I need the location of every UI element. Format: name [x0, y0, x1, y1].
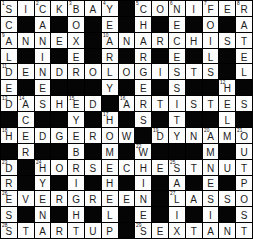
cell-r9c15[interactable]: 21O — [236, 128, 252, 143]
cell-letter: I — [159, 65, 162, 78]
cell-r1c5[interactable]: 3B — [68, 1, 84, 16]
block-cell — [18, 160, 34, 175]
cell-r3c12[interactable]: H — [186, 33, 202, 48]
cell-r14c7[interactable]: L — [102, 207, 118, 222]
cell-letter: S — [140, 113, 147, 126]
cell-r14c9[interactable]: E — [135, 207, 151, 222]
block-cell — [51, 17, 67, 32]
cell-letter: S — [6, 208, 13, 221]
cell-r12c11[interactable]: A — [169, 176, 185, 191]
cell-letter: R — [106, 50, 113, 63]
cell-letter: N — [140, 192, 147, 205]
cell-letter: E — [106, 18, 113, 31]
cell-r3c4[interactable]: E — [51, 33, 67, 48]
cell-r13c2[interactable]: V — [18, 191, 34, 206]
cell-letter: V — [22, 192, 29, 205]
cell-r5c8[interactable]: O — [119, 64, 135, 79]
cell-r9c2[interactable]: E — [18, 128, 34, 143]
block-cell — [85, 207, 101, 222]
cell-r14c13[interactable]: I — [203, 207, 219, 222]
cell-r7c10[interactable]: T — [152, 96, 168, 111]
cell-r3c7[interactable]: 10A — [102, 33, 118, 48]
cell-letter: R — [89, 129, 96, 142]
cell-letter: L — [241, 65, 247, 78]
cell-r6c14[interactable]: 12H — [219, 80, 235, 95]
cell-r13c4[interactable]: R — [51, 191, 67, 206]
clue-number: 19 — [153, 128, 158, 133]
cell-r8c5[interactable]: Y — [68, 112, 84, 127]
cell-r13c6[interactable]: R — [85, 191, 101, 206]
cell-letter: R — [240, 2, 247, 15]
cell-r9c14[interactable]: M — [219, 128, 235, 143]
cell-letter: E — [106, 161, 113, 174]
cell-r6c3[interactable]: E — [35, 80, 51, 95]
cell-letter: E — [22, 129, 29, 142]
cell-r3c15[interactable]: T — [236, 33, 252, 48]
cell-letter: I — [24, 2, 27, 15]
cell-r12c1[interactable]: R — [1, 176, 17, 191]
cell-r1c7[interactable]: 4Y — [102, 1, 118, 16]
cell-letter: T — [241, 34, 247, 47]
cell-r11c10[interactable]: E — [152, 160, 168, 175]
block-cell — [18, 176, 34, 191]
cell-letter: H — [140, 161, 147, 174]
block-cell — [35, 112, 51, 127]
cell-letter: U — [240, 145, 247, 158]
cell-r4c13[interactable]: L — [203, 49, 219, 64]
cell-letter: E — [224, 2, 231, 15]
cell-letter: R — [56, 192, 63, 205]
cell-r5c3[interactable]: N — [35, 64, 51, 79]
block-cell — [186, 80, 202, 95]
cell-letter: L — [107, 65, 113, 78]
cell-r15c11[interactable]: X — [169, 223, 185, 238]
cell-r5c4[interactable]: D — [51, 64, 67, 79]
cell-r1c1[interactable]: 1S — [1, 1, 17, 16]
cell-r2c9[interactable]: H — [135, 17, 151, 32]
block-cell — [152, 191, 168, 206]
cell-r11c15[interactable]: T — [236, 160, 252, 175]
cell-r1c15[interactable]: 8R — [236, 1, 252, 16]
cell-r11c1[interactable]: 23D — [1, 160, 17, 175]
cell-r3c14[interactable]: S — [219, 33, 235, 48]
cell-letter: A — [207, 224, 214, 237]
cell-letter: Y — [106, 81, 113, 94]
cell-r3c9[interactable]: A — [135, 33, 151, 48]
block-cell — [203, 80, 219, 95]
cell-r13c11[interactable]: 27L — [169, 191, 185, 206]
cell-r3c2[interactable]: N — [18, 33, 34, 48]
cell-letter: H — [56, 97, 63, 110]
cell-r2c13[interactable]: O — [203, 17, 219, 32]
cell-letter: E — [106, 192, 113, 205]
cell-r15c7[interactable]: P — [102, 223, 118, 238]
cell-r10c2[interactable]: R — [18, 144, 34, 159]
clue-number: 9 — [2, 33, 5, 38]
cell-r8c7[interactable]: 17H — [102, 112, 118, 127]
cell-letter: S — [207, 65, 214, 78]
block-cell — [102, 96, 118, 111]
cell-r11c11[interactable]: 25S — [169, 160, 185, 175]
cell-letter: D — [39, 129, 46, 142]
cell-r15c14[interactable]: N — [219, 223, 235, 238]
cell-r11c6[interactable]: S — [85, 160, 101, 175]
block-cell — [152, 17, 168, 32]
cell-letter: E — [73, 50, 80, 63]
cell-letter: F — [207, 2, 213, 15]
cell-r5c12[interactable]: T — [186, 64, 202, 79]
block-cell — [119, 1, 135, 16]
cell-r8c14[interactable]: L — [219, 112, 235, 127]
block-cell — [18, 80, 34, 95]
block-cell — [51, 80, 67, 95]
cell-r1c13[interactable]: 7F — [203, 1, 219, 16]
block-cell — [51, 49, 67, 64]
cell-r10c9[interactable]: 22W — [135, 144, 151, 159]
cell-letter: T — [73, 224, 79, 237]
cell-r9c1[interactable]: 18H — [1, 128, 17, 143]
cell-r7c14[interactable]: E — [219, 96, 235, 111]
cell-r3c10[interactable]: R — [152, 33, 168, 48]
cell-letter: P — [241, 176, 248, 189]
cell-r6c7[interactable]: Y — [102, 80, 118, 95]
cell-r10c7[interactable]: M — [102, 144, 118, 159]
cell-letter: H — [190, 34, 197, 47]
block-cell — [152, 176, 168, 191]
cell-r5c13[interactable]: S — [203, 64, 219, 79]
cell-r4c11[interactable]: E — [169, 49, 185, 64]
clue-number: 23 — [2, 160, 7, 165]
clue-number: 20 — [204, 128, 209, 133]
cell-r11c9[interactable]: H — [135, 160, 151, 175]
cell-letter: I — [209, 34, 212, 47]
cell-r5c15[interactable]: L — [236, 64, 252, 79]
cell-r4c7[interactable]: R — [102, 49, 118, 64]
cell-letter: T — [241, 161, 247, 174]
cell-letter: S — [6, 2, 13, 15]
cell-r9c5[interactable]: E — [68, 128, 84, 143]
cell-r4c3[interactable]: I — [35, 49, 51, 64]
cell-letter: N — [190, 129, 197, 142]
cell-letter: E — [157, 161, 164, 174]
clue-number: 5 — [136, 1, 139, 6]
cell-r9c12[interactable]: N — [186, 128, 202, 143]
cell-letter: E — [174, 18, 181, 31]
cell-r7c5[interactable]: 15E — [68, 96, 84, 111]
clue-number: 28 — [2, 223, 7, 228]
cell-r12c5[interactable]: I — [68, 176, 84, 191]
cell-r9c4[interactable]: G — [51, 128, 67, 143]
cell-letter: O — [72, 18, 80, 31]
cell-r15c15[interactable]: T — [236, 223, 252, 238]
cell-letter: E — [39, 192, 46, 205]
cell-r3c5[interactable]: X — [68, 33, 84, 48]
clue-number: 11 — [2, 64, 7, 69]
cell-r5c1[interactable]: 11D — [1, 64, 17, 79]
cell-r7c6[interactable]: D — [85, 96, 101, 111]
cell-letter: S — [241, 208, 248, 221]
cell-r5c2[interactable]: E — [18, 64, 34, 79]
cell-letter: R — [22, 145, 29, 158]
cell-r5c7[interactable]: L — [102, 64, 118, 79]
cell-r15c6[interactable]: U — [85, 223, 101, 238]
cell-r15c12[interactable]: T — [186, 223, 202, 238]
cell-letter: L — [6, 50, 12, 63]
cell-r4c5[interactable]: E — [68, 49, 84, 64]
cell-r13c12[interactable]: A — [186, 191, 202, 206]
cell-letter: X — [73, 34, 80, 47]
block-cell — [219, 144, 235, 159]
cell-letter: U — [89, 224, 96, 237]
block-cell — [186, 144, 202, 159]
cell-r1c3[interactable]: 2C — [35, 1, 51, 16]
cell-r5c10[interactable]: I — [152, 64, 168, 79]
cell-r4c15[interactable]: E — [236, 49, 252, 64]
cell-r8c2[interactable]: C — [18, 112, 34, 127]
block-cell — [35, 144, 51, 159]
cell-r2c15[interactable]: A — [236, 17, 252, 32]
cell-letter: U — [224, 161, 231, 174]
block-cell — [119, 144, 135, 159]
cell-letter: N — [224, 224, 231, 237]
cell-r10c13[interactable]: M — [203, 144, 219, 159]
clue-number: 10 — [103, 33, 108, 38]
block-cell — [1, 112, 17, 127]
cell-r11c4[interactable]: O — [51, 160, 67, 175]
block-cell — [152, 144, 168, 159]
cell-r5c11[interactable]: S — [169, 64, 185, 79]
cell-letter: N — [39, 65, 46, 78]
cell-r5c5[interactable]: R — [68, 64, 84, 79]
cell-r15c9[interactable]: 29S — [135, 223, 151, 238]
cell-r3c3[interactable]: N — [35, 33, 51, 48]
cell-letter: I — [41, 50, 44, 63]
cell-r12c13[interactable]: E — [203, 176, 219, 191]
cell-r2c7[interactable]: E — [102, 17, 118, 32]
cell-r6c9[interactable]: E — [135, 80, 151, 95]
cell-r1c11[interactable]: 6N — [169, 1, 185, 16]
cell-r3c1[interactable]: 9A — [1, 33, 17, 48]
cell-r12c7[interactable]: H — [102, 176, 118, 191]
block-cell — [152, 112, 168, 127]
cell-r9c3[interactable]: D — [35, 128, 51, 143]
cell-r6c1[interactable]: E — [1, 80, 17, 95]
block-cell — [68, 80, 84, 95]
cell-r14c3[interactable]: N — [35, 207, 51, 222]
cell-letter: T — [191, 224, 197, 237]
cell-r1c10[interactable]: O — [152, 1, 168, 16]
cell-r15c4[interactable]: R — [51, 223, 67, 238]
block-cell — [152, 80, 168, 95]
cell-r7c11[interactable]: I — [169, 96, 185, 111]
cell-r15c3[interactable]: A — [35, 223, 51, 238]
cell-letter: N — [123, 34, 130, 47]
cell-r14c11[interactable]: I — [169, 207, 185, 222]
cell-r8c9[interactable]: S — [135, 112, 151, 127]
cell-r15c5[interactable]: T — [68, 223, 84, 238]
block-cell — [51, 207, 67, 222]
cell-r7c15[interactable]: S — [236, 96, 252, 111]
cell-r8c11[interactable]: T — [169, 112, 185, 127]
cell-letter: E — [73, 129, 80, 142]
cell-letter: M — [223, 129, 231, 142]
block-cell — [51, 176, 67, 191]
clue-number: 8 — [237, 1, 240, 6]
cell-r1c12[interactable]: I — [186, 1, 202, 16]
cell-letter: W — [122, 129, 131, 142]
cell-letter: O — [207, 18, 215, 31]
cell-r11c14[interactable]: U — [219, 160, 235, 175]
cell-letter: C — [22, 113, 29, 126]
cell-letter: G — [55, 129, 63, 142]
cell-r9c8[interactable]: W — [119, 128, 135, 143]
cell-r14c1[interactable]: S — [1, 207, 17, 222]
clue-number: 24 — [36, 160, 41, 165]
cell-letter: T — [174, 113, 180, 126]
cell-letter: E — [22, 65, 29, 78]
cell-r13c14[interactable]: S — [219, 191, 235, 206]
cell-r13c9[interactable]: N — [135, 191, 151, 206]
cell-r7c9[interactable]: R — [135, 96, 151, 111]
cell-r12c9[interactable]: I — [135, 176, 151, 191]
cell-r15c2[interactable]: T — [18, 223, 34, 238]
cell-r11c13[interactable]: N — [203, 160, 219, 175]
cell-letter: R — [156, 34, 163, 47]
cell-r7c8[interactable]: 16A — [119, 96, 135, 111]
cell-r13c7[interactable]: E — [102, 191, 118, 206]
cell-r14c5[interactable]: H — [68, 207, 84, 222]
cell-r7c12[interactable]: S — [186, 96, 202, 111]
cell-r13c15[interactable]: O — [236, 191, 252, 206]
cell-letter: R — [56, 224, 63, 237]
block-cell — [85, 144, 101, 159]
cell-r1c6[interactable]: A — [85, 1, 101, 16]
cell-letter: E — [123, 192, 130, 205]
cell-letter: Y — [106, 2, 113, 15]
cell-letter: I — [192, 2, 195, 15]
cell-letter: T — [191, 65, 197, 78]
cell-r2c11[interactable]: E — [169, 17, 185, 32]
cell-r11c5[interactable]: R — [68, 160, 84, 175]
cell-letter: A — [140, 34, 147, 47]
cell-r2c5[interactable]: O — [68, 17, 84, 32]
block-cell — [85, 33, 101, 48]
cell-r15c13[interactable]: A — [203, 223, 219, 238]
cell-r1c9[interactable]: 5C — [135, 1, 151, 16]
cell-r15c1[interactable]: 28S — [1, 223, 17, 238]
cell-r13c1[interactable]: 26E — [1, 191, 17, 206]
cell-r7c4[interactable]: H — [51, 96, 67, 111]
cell-letter: Y — [73, 113, 80, 126]
cell-r4c9[interactable]: R — [135, 49, 151, 64]
cell-letter: E — [224, 97, 231, 110]
cell-r7c2[interactable]: 14A — [18, 96, 34, 111]
cell-r11c7[interactable]: E — [102, 160, 118, 175]
block-cell — [1, 144, 17, 159]
cell-r13c8[interactable]: E — [119, 191, 135, 206]
cell-r3c11[interactable]: C — [169, 33, 185, 48]
cell-letter: A — [174, 176, 181, 189]
block-cell — [18, 17, 34, 32]
cell-letter: H — [140, 18, 147, 31]
cell-r3c8[interactable]: N — [119, 33, 135, 48]
cell-r13c5[interactable]: G — [68, 191, 84, 206]
cell-r12c15[interactable]: P — [236, 176, 252, 191]
cell-r11c8[interactable]: C — [119, 160, 135, 175]
cell-r9c11[interactable]: Y — [169, 128, 185, 143]
cell-letter: S — [174, 81, 181, 94]
cell-r13c13[interactable]: S — [203, 191, 219, 206]
block-cell — [219, 64, 235, 79]
cell-r10c15[interactable]: U — [236, 144, 252, 159]
cell-r7c1[interactable]: 13D — [1, 96, 17, 111]
clue-number: 25 — [170, 160, 175, 165]
cell-r9c13[interactable]: 20A — [203, 128, 219, 143]
cell-letter: A — [241, 18, 248, 31]
cell-r7c3[interactable]: S — [35, 96, 51, 111]
cell-r7c13[interactable]: T — [203, 96, 219, 111]
cell-r11c3[interactable]: 24H — [35, 160, 51, 175]
cell-letter: O — [106, 129, 114, 142]
cell-r9c7[interactable]: O — [102, 128, 118, 143]
block-cell — [219, 17, 235, 32]
cell-r2c3[interactable]: A — [35, 17, 51, 32]
cell-letter: X — [174, 224, 181, 237]
cell-r1c4[interactable]: K — [51, 1, 67, 16]
cell-r14c15[interactable]: S — [236, 207, 252, 222]
cell-r2c1[interactable]: C — [1, 17, 17, 32]
block-cell — [219, 207, 235, 222]
cell-r15c10[interactable]: E — [152, 223, 168, 238]
cell-letter: S — [207, 192, 214, 205]
cell-r5c9[interactable]: G — [135, 64, 151, 79]
block-cell — [186, 176, 202, 191]
cell-letter: C — [123, 161, 130, 174]
cell-letter: C — [5, 18, 12, 31]
cell-r6c11[interactable]: S — [169, 80, 185, 95]
cell-letter: A — [39, 18, 46, 31]
cell-r5c6[interactable]: O — [85, 64, 101, 79]
cell-letter: M — [106, 145, 114, 158]
cell-letter: A — [6, 34, 13, 47]
block-cell — [119, 49, 135, 64]
cell-letter: E — [56, 34, 63, 47]
cell-r1c14[interactable]: E — [219, 1, 235, 16]
cell-letter: T — [207, 97, 213, 110]
clue-number: 14 — [19, 96, 24, 101]
cell-r9c10[interactable]: 19D — [152, 128, 168, 143]
clue-number: 21 — [237, 128, 242, 133]
cell-letter: O — [240, 192, 248, 205]
cell-r4c1[interactable]: L — [1, 49, 17, 64]
cell-r9c6[interactable]: R — [85, 128, 101, 143]
block-cell — [219, 49, 235, 64]
cell-r10c5[interactable]: B — [68, 144, 84, 159]
cell-letter: I — [142, 176, 145, 189]
cell-r13c3[interactable]: E — [35, 191, 51, 206]
cell-letter: S — [174, 65, 181, 78]
cell-r12c3[interactable]: Y — [35, 176, 51, 191]
cell-r11c12[interactable]: T — [186, 160, 202, 175]
cell-letter: T — [23, 224, 29, 237]
cell-letter: E — [140, 81, 147, 94]
cell-letter: E — [174, 50, 181, 63]
cell-letter: H — [106, 176, 113, 189]
clue-number: 22 — [136, 144, 141, 149]
cell-letter: S — [224, 34, 231, 47]
cell-r3c13[interactable]: I — [203, 33, 219, 48]
cell-r1c2[interactable]: I — [18, 1, 34, 16]
